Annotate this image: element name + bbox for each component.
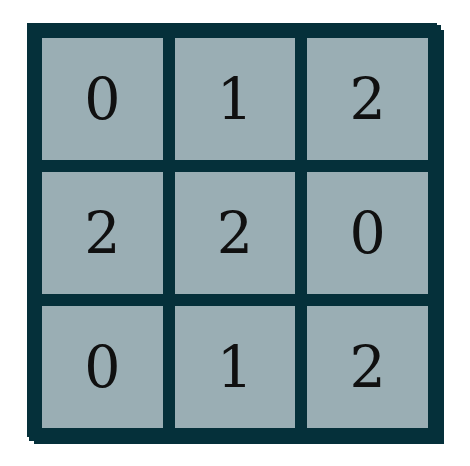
cell-r2c1[interactable]: 1 xyxy=(175,306,296,428)
cell-r2c2[interactable]: 2 xyxy=(307,306,428,428)
cell-r1c1[interactable]: 2 xyxy=(175,172,296,294)
cell-r0c2[interactable]: 2 xyxy=(307,38,428,160)
cell-r0c0[interactable]: 0 xyxy=(42,38,163,160)
cell-r1c2[interactable]: 0 xyxy=(307,172,428,294)
cell-r0c1[interactable]: 1 xyxy=(175,38,296,160)
cell-r2c0[interactable]: 0 xyxy=(42,306,163,428)
puzzle-board: 0 1 2 2 2 0 0 1 2 xyxy=(29,25,441,441)
cell-r1c0[interactable]: 2 xyxy=(42,172,163,294)
